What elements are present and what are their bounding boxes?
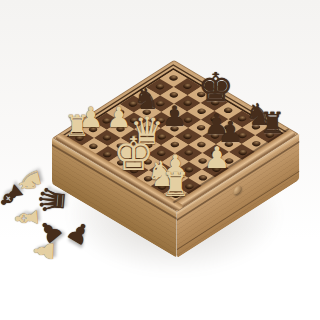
loose-piece-white-knight: ♞	[13, 165, 48, 198]
chess-set-product-photo: ♜♟♟♛♚♞♟♜♟♚♞♜♞♟♟♟ ♝♞♛♝♟♟♟	[0, 0, 320, 320]
drawer-knob	[233, 184, 241, 196]
loose-piece-black-bishop: ♝	[0, 176, 31, 216]
loose-piece-white-bishop: ♝	[11, 203, 43, 232]
